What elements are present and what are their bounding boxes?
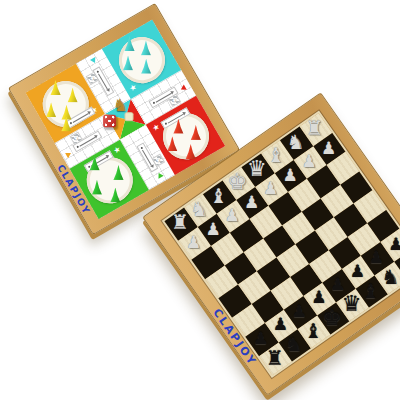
white-pawn: ♟ bbox=[263, 178, 278, 198]
white-pawn: ♟ bbox=[301, 151, 316, 171]
white-rook: ♜ bbox=[171, 213, 189, 233]
star-icon: ★ bbox=[128, 83, 138, 94]
arrow-icon bbox=[94, 134, 99, 139]
black-queen: ♛ bbox=[341, 294, 361, 314]
white-queen: ♛ bbox=[247, 159, 267, 179]
black-knight: ♞ bbox=[285, 334, 303, 354]
arrow-icon bbox=[170, 90, 175, 95]
black-pawn: ♟ bbox=[388, 234, 400, 254]
black-king: ♚ bbox=[322, 307, 342, 327]
star-icon: ★ bbox=[112, 145, 122, 156]
white-bishop: ♝ bbox=[267, 145, 285, 165]
white-pawn: ♟ bbox=[282, 165, 297, 185]
white-pawn: ♟ bbox=[244, 192, 259, 212]
arrow-icon bbox=[106, 88, 111, 93]
star-icon: ★ bbox=[151, 123, 161, 134]
white-king: ♚ bbox=[228, 172, 248, 192]
white-pawn: ♟ bbox=[205, 219, 220, 239]
black-knight: ♞ bbox=[381, 267, 399, 287]
red-die bbox=[103, 114, 116, 127]
white-pawn: ♟ bbox=[224, 205, 239, 225]
white-bishop: ♝ bbox=[210, 186, 228, 206]
white-rook: ♜ bbox=[306, 118, 324, 138]
product-photo: ★ ★ ★ ★ ♞ ★★★★ CLAPJOY ♜♞♝♚♛♝♞♜♟♟♟♟♟♟♟♟♟… bbox=[0, 0, 400, 400]
arrow-icon bbox=[150, 164, 155, 169]
star-icon: ★ bbox=[171, 96, 179, 104]
white-pawn: ♟ bbox=[321, 138, 336, 158]
white-knight: ♞ bbox=[190, 199, 208, 219]
white-knight: ♞ bbox=[287, 132, 305, 152]
arrow-icon bbox=[87, 110, 92, 115]
white-pawn: ♟ bbox=[186, 232, 201, 252]
arrow-icon bbox=[182, 110, 187, 115]
black-bishop: ♝ bbox=[362, 280, 380, 300]
black-bishop: ♝ bbox=[304, 321, 322, 341]
black-rook: ♜ bbox=[265, 348, 283, 368]
knight-figurine-icon: ♞ bbox=[113, 97, 128, 114]
arrow-icon bbox=[106, 154, 111, 159]
